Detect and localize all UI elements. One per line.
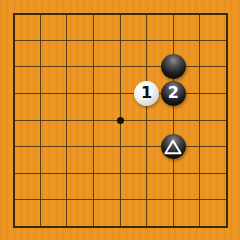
stone-white: 1 [134, 81, 159, 106]
go-board[interactable]: 12 [0, 0, 240, 240]
stone-black: 2 [161, 81, 186, 106]
stone-move-number: 1 [134, 81, 159, 106]
triangle-marker-icon [161, 134, 186, 159]
stone-black [161, 54, 186, 79]
stone-move-number: 2 [161, 81, 186, 106]
star-point [117, 117, 124, 124]
stone-black [161, 134, 186, 159]
